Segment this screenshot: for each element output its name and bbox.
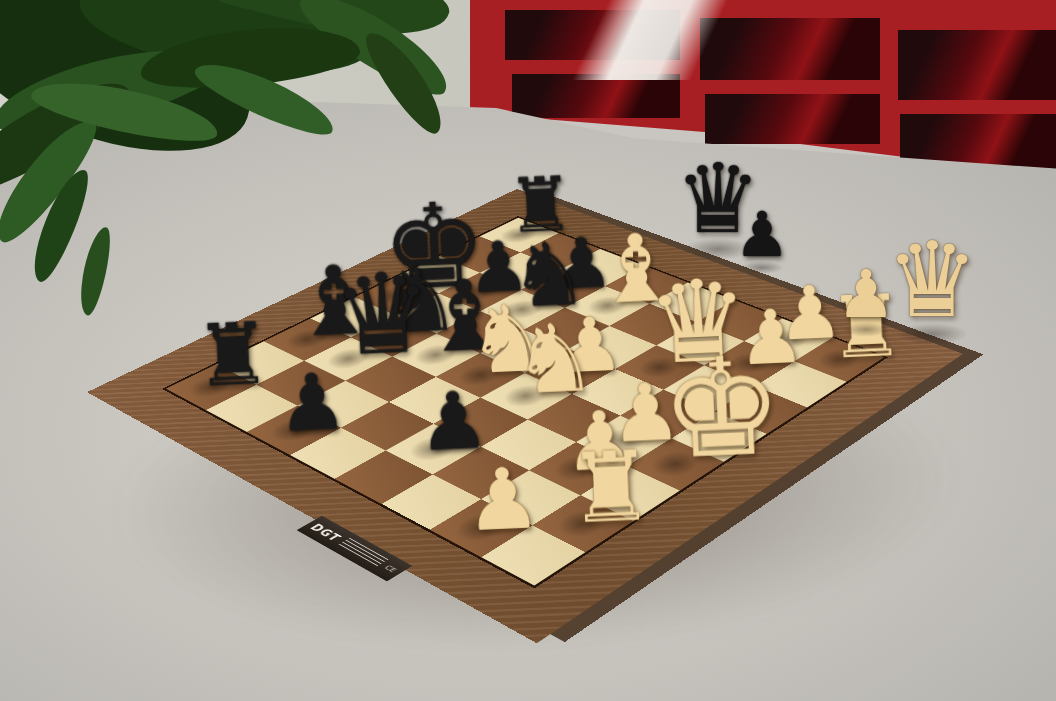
white-knight-d4[interactable]: ♞	[510, 314, 579, 407]
black-pawn-a6[interactable]: ♟	[276, 365, 346, 442]
captured-white-queen[interactable]: ♛	[885, 231, 978, 330]
black-pawn-b4[interactable]: ♟	[416, 382, 487, 460]
dgt-logo: DGT	[307, 522, 344, 543]
black-queen-c7[interactable]: ♛	[330, 261, 397, 369]
white-pawn-a2[interactable]: ♟	[464, 457, 540, 540]
cabinet-glass-pane	[705, 94, 880, 144]
black-rook-a8[interactable]: ♜	[193, 314, 260, 397]
cabinet-glass-pane	[512, 74, 680, 118]
cabinet-glass-pane	[898, 30, 1056, 100]
captured-black-pawn[interactable]: ♟	[734, 206, 790, 265]
ce-mark: CE	[383, 564, 399, 573]
square-a8[interactable]: ♜	[166, 364, 256, 409]
photo-scene: ♜♝♚♜♛♞♟♟♝♞♟♞♝♟♞♟♛♟♟♟♟♟♜♚♜ DGT CE ♛♟♟♛	[0, 0, 1056, 701]
glass-reflection	[520, 0, 780, 80]
white-king-d1[interactable]: ♚	[658, 344, 733, 476]
white-rook-b1[interactable]: ♜	[566, 442, 642, 536]
